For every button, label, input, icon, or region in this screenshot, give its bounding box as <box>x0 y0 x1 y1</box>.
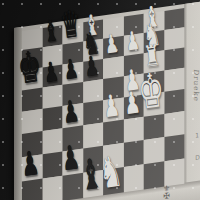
square-e3[interactable] <box>103 119 123 145</box>
square-d4[interactable] <box>83 100 103 125</box>
black-pawn[interactable]: ♟ <box>42 58 59 87</box>
white-knight[interactable]: ♞ <box>97 149 124 195</box>
white-pawn[interactable]: ♟ <box>102 90 121 122</box>
square-a4[interactable] <box>22 108 42 133</box>
white-pawn[interactable]: ♟ <box>124 28 140 55</box>
square-e1[interactable]: ♞ <box>103 167 123 195</box>
square-b1[interactable] <box>42 175 62 200</box>
square-e4[interactable]: ♟ <box>103 97 123 122</box>
chess-board: ♝♛♝♝♞♟♟♞♚♟♟♟♜♟♟♟♟♚♟♟♝♞ Drueke 2352 1 D ⚜… <box>14 0 200 200</box>
square-f1[interactable] <box>123 164 143 192</box>
square-b5[interactable] <box>42 84 62 108</box>
square-b4[interactable] <box>42 106 62 131</box>
white-pawn[interactable]: ♟ <box>104 31 120 58</box>
square-a1[interactable] <box>22 178 42 200</box>
black-pawn[interactable]: ♟ <box>63 55 80 84</box>
square-g3[interactable] <box>144 113 164 139</box>
board-grid: ♝♛♝♝♞♟♟♞♚♟♟♟♜♟♟♟♟♚♟♟♝♞ <box>22 8 184 200</box>
square-g1[interactable] <box>144 161 164 189</box>
black-pawn[interactable]: ♟ <box>20 145 41 180</box>
brand-text: Drueke <box>192 68 200 101</box>
square-a5[interactable] <box>22 87 42 111</box>
square-c4[interactable]: ♟ <box>63 103 83 128</box>
square-f2[interactable] <box>123 140 143 167</box>
black-bishop[interactable]: ♝ <box>42 16 60 47</box>
square-g4[interactable]: ♚ <box>144 91 164 116</box>
square-d5[interactable] <box>83 79 103 103</box>
square-f3[interactable] <box>123 116 143 142</box>
black-pawn[interactable]: ♟ <box>62 95 81 127</box>
square-h1[interactable] <box>164 158 184 186</box>
frame-mark-d: D <box>195 153 200 161</box>
frame-mark-1: 1 <box>195 131 199 139</box>
maker-logo-cross-icon: ✠ <box>159 192 175 200</box>
chessboard-photo: ♝♛♝♝♞♟♟♞♚♟♟♟♜♟♟♟♟♚♟♟♝♞ Drueke 2352 1 D ⚜… <box>0 0 200 200</box>
square-a2[interactable]: ♟ <box>22 154 42 181</box>
black-queen[interactable]: ♛ <box>59 5 83 45</box>
square-h2[interactable] <box>164 134 184 161</box>
square-h3[interactable] <box>164 111 184 137</box>
black-pawn[interactable]: ♟ <box>83 52 100 81</box>
square-h4[interactable] <box>164 88 184 113</box>
square-g2[interactable] <box>144 137 164 164</box>
white-king[interactable]: ♚ <box>136 66 166 117</box>
square-d3[interactable] <box>83 122 103 148</box>
square-b2[interactable] <box>42 151 62 178</box>
square-h5[interactable] <box>164 67 184 91</box>
black-king[interactable]: ♚ <box>16 44 43 90</box>
maker-logo: ⚜ ✠ <box>159 185 175 200</box>
